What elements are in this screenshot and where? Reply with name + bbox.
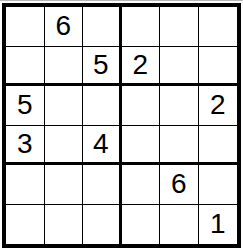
cell-r5c4[interactable] <box>122 165 161 205</box>
cell-r4c6[interactable] <box>199 126 238 166</box>
cell-r1c1[interactable] <box>6 7 45 47</box>
cell-r6c5[interactable] <box>160 205 199 245</box>
cell-r4c5[interactable] <box>160 126 199 166</box>
cell-r4c2[interactable] <box>45 126 84 166</box>
cell-r4c4[interactable] <box>122 126 161 166</box>
cell-r6c2[interactable] <box>45 205 84 245</box>
cell-r2c5[interactable] <box>160 47 199 87</box>
cell-r5c6[interactable] <box>199 165 238 205</box>
cell-r4c1[interactable]: 3 <box>6 126 45 166</box>
cell-r5c3[interactable] <box>83 165 122 205</box>
cell-r5c2[interactable] <box>45 165 84 205</box>
sudoku-screen: 652523461 <box>0 0 243 249</box>
cell-r2c1[interactable] <box>6 47 45 87</box>
cell-r3c1[interactable]: 5 <box>6 86 45 126</box>
cell-r6c3[interactable] <box>83 205 122 245</box>
cell-r2c4[interactable]: 2 <box>122 47 161 87</box>
sudoku-board: 652523461 <box>2 3 241 248</box>
cell-r3c5[interactable] <box>160 86 199 126</box>
cell-r6c6[interactable]: 1 <box>199 205 238 245</box>
cell-r5c1[interactable] <box>6 165 45 205</box>
cell-r4c3[interactable]: 4 <box>83 126 122 166</box>
cell-r2c6[interactable] <box>199 47 238 87</box>
cell-r1c3[interactable] <box>83 7 122 47</box>
cell-r2c3[interactable]: 5 <box>83 47 122 87</box>
cell-r3c3[interactable] <box>83 86 122 126</box>
cell-r5c5[interactable]: 6 <box>160 165 199 205</box>
cell-r6c4[interactable] <box>122 205 161 245</box>
cell-r1c5[interactable] <box>160 7 199 47</box>
cell-r1c4[interactable] <box>122 7 161 47</box>
cell-r3c6[interactable]: 2 <box>199 86 238 126</box>
cell-r6c1[interactable] <box>6 205 45 245</box>
cell-r3c4[interactable] <box>122 86 161 126</box>
cell-r2c2[interactable] <box>45 47 84 87</box>
cell-r1c6[interactable] <box>199 7 238 47</box>
cell-r1c2[interactable]: 6 <box>45 7 84 47</box>
cell-r3c2[interactable] <box>45 86 84 126</box>
